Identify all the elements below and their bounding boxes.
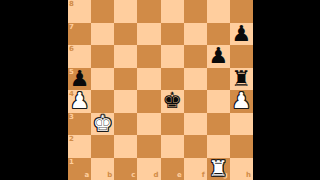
square-h1[interactable]: h bbox=[230, 158, 253, 181]
square-c4[interactable] bbox=[114, 90, 137, 113]
square-b1[interactable]: b bbox=[91, 158, 114, 181]
square-c3[interactable] bbox=[114, 113, 137, 136]
square-a2[interactable]: 2 bbox=[68, 135, 91, 158]
square-g3[interactable] bbox=[207, 113, 230, 136]
square-h8[interactable] bbox=[230, 0, 253, 23]
square-a1[interactable]: 1a bbox=[68, 158, 91, 181]
square-e5[interactable] bbox=[161, 68, 184, 91]
piece-black-rook-h5[interactable]: ♜ bbox=[230, 67, 253, 90]
rank-label-1: 1 bbox=[69, 159, 74, 166]
square-g8[interactable] bbox=[207, 0, 230, 23]
file-label-b: b bbox=[107, 172, 112, 179]
square-a5[interactable]: 5♟ bbox=[68, 68, 91, 91]
piece-black-pawn-a5[interactable]: ♟ bbox=[68, 67, 91, 90]
square-b5[interactable] bbox=[91, 68, 114, 91]
square-f7[interactable] bbox=[184, 23, 207, 46]
piece-black-pawn-h7[interactable]: ♟ bbox=[230, 22, 253, 45]
letterbox-background: 87♟6♟5♟♜4♟♚♟3♚21abcdefg♜h bbox=[0, 0, 320, 180]
file-label-e: e bbox=[177, 172, 182, 179]
file-label-h: h bbox=[246, 172, 251, 179]
square-h3[interactable] bbox=[230, 113, 253, 136]
square-d2[interactable] bbox=[137, 135, 160, 158]
square-e7[interactable] bbox=[161, 23, 184, 46]
square-b7[interactable] bbox=[91, 23, 114, 46]
square-c6[interactable] bbox=[114, 45, 137, 68]
file-label-a: a bbox=[84, 172, 89, 179]
square-f4[interactable] bbox=[184, 90, 207, 113]
square-a3[interactable]: 3 bbox=[68, 113, 91, 136]
square-e2[interactable] bbox=[161, 135, 184, 158]
square-d3[interactable] bbox=[137, 113, 160, 136]
file-label-c: c bbox=[131, 172, 135, 179]
square-g2[interactable] bbox=[207, 135, 230, 158]
square-a6[interactable]: 6 bbox=[68, 45, 91, 68]
square-h7[interactable]: ♟ bbox=[230, 23, 253, 46]
square-b2[interactable] bbox=[91, 135, 114, 158]
square-a4[interactable]: 4♟ bbox=[68, 90, 91, 113]
square-c7[interactable] bbox=[114, 23, 137, 46]
square-e6[interactable] bbox=[161, 45, 184, 68]
piece-black-king-e4[interactable]: ♚ bbox=[161, 90, 184, 113]
square-e8[interactable] bbox=[161, 0, 184, 23]
square-a7[interactable]: 7 bbox=[68, 23, 91, 46]
square-e4[interactable]: ♚ bbox=[161, 90, 184, 113]
square-d7[interactable] bbox=[137, 23, 160, 46]
square-b6[interactable] bbox=[91, 45, 114, 68]
square-h2[interactable] bbox=[230, 135, 253, 158]
square-g1[interactable]: g♜ bbox=[207, 158, 230, 181]
square-h4[interactable]: ♟ bbox=[230, 90, 253, 113]
square-d5[interactable] bbox=[137, 68, 160, 91]
piece-white-king-b3[interactable]: ♚ bbox=[91, 112, 114, 135]
square-g5[interactable] bbox=[207, 68, 230, 91]
square-g4[interactable] bbox=[207, 90, 230, 113]
square-c2[interactable] bbox=[114, 135, 137, 158]
piece-black-pawn-g6[interactable]: ♟ bbox=[207, 45, 230, 68]
square-f8[interactable] bbox=[184, 0, 207, 23]
square-h6[interactable] bbox=[230, 45, 253, 68]
square-f2[interactable] bbox=[184, 135, 207, 158]
rank-label-7: 7 bbox=[69, 24, 74, 31]
rank-label-6: 6 bbox=[69, 46, 74, 53]
square-a8[interactable]: 8 bbox=[68, 0, 91, 23]
square-d8[interactable] bbox=[137, 0, 160, 23]
square-f5[interactable] bbox=[184, 68, 207, 91]
square-c1[interactable]: c bbox=[114, 158, 137, 181]
square-g6[interactable]: ♟ bbox=[207, 45, 230, 68]
rank-label-3: 3 bbox=[69, 114, 74, 121]
square-e1[interactable]: e bbox=[161, 158, 184, 181]
file-label-f: f bbox=[202, 172, 205, 179]
piece-white-rook-g1[interactable]: ♜ bbox=[207, 157, 230, 180]
square-h5[interactable]: ♜ bbox=[230, 68, 253, 91]
piece-white-pawn-h4[interactable]: ♟ bbox=[230, 90, 253, 113]
piece-white-pawn-a4[interactable]: ♟ bbox=[68, 90, 91, 113]
square-d1[interactable]: d bbox=[137, 158, 160, 181]
square-g7[interactable] bbox=[207, 23, 230, 46]
square-c8[interactable] bbox=[114, 0, 137, 23]
square-e3[interactable] bbox=[161, 113, 184, 136]
square-d4[interactable] bbox=[137, 90, 160, 113]
square-f6[interactable] bbox=[184, 45, 207, 68]
chess-board: 87♟6♟5♟♜4♟♚♟3♚21abcdefg♜h bbox=[68, 0, 253, 180]
square-c5[interactable] bbox=[114, 68, 137, 91]
square-f3[interactable] bbox=[184, 113, 207, 136]
file-label-d: d bbox=[153, 172, 158, 179]
rank-label-8: 8 bbox=[69, 1, 74, 8]
square-b8[interactable] bbox=[91, 0, 114, 23]
square-f1[interactable]: f bbox=[184, 158, 207, 181]
square-d6[interactable] bbox=[137, 45, 160, 68]
square-b4[interactable] bbox=[91, 90, 114, 113]
rank-label-2: 2 bbox=[69, 136, 74, 143]
square-b3[interactable]: ♚ bbox=[91, 113, 114, 136]
